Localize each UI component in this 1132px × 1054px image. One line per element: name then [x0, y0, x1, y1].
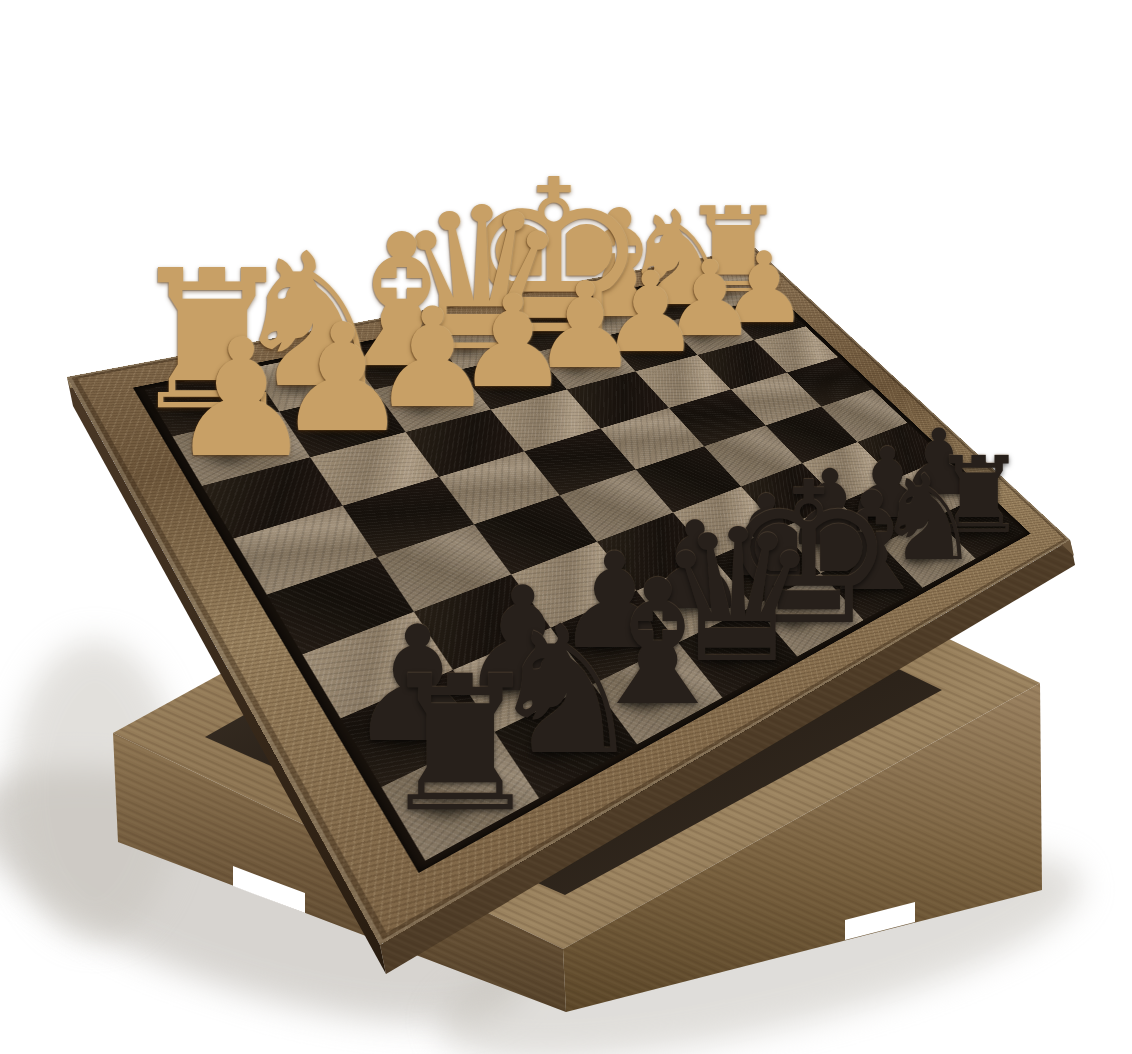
chess-set-photo: Wooden chess set on storage box - pieces…	[0, 0, 1132, 1054]
